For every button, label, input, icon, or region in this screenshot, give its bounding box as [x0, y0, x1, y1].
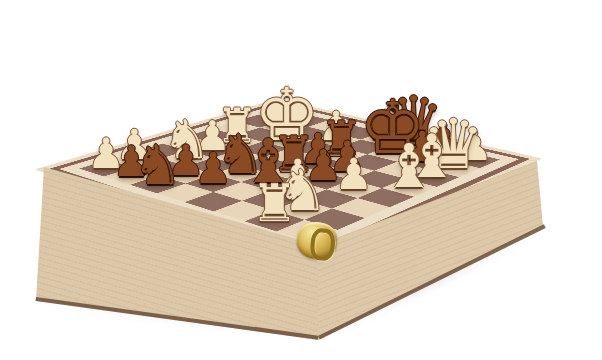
chess-set-photo: ♟♟♟♞♟♜♞♟♚♟♞♟♝♜♟♜♟♟♟♟♚♛♜♞♟♟♟♝♝♛♟: [0, 0, 602, 360]
brass-clasp-icon: [295, 220, 338, 260]
brass-clasp-hook: [309, 227, 336, 261]
